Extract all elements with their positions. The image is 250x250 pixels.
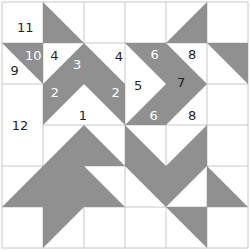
piece-number-1: 1: [79, 108, 87, 123]
piece-number-4: 4: [50, 48, 58, 63]
piece-number-10: 10: [25, 48, 42, 63]
piece-number-7: 7: [177, 75, 185, 90]
piece-number-12: 12: [12, 118, 29, 133]
piece-number-5: 5: [134, 78, 142, 93]
piece-number-9: 9: [11, 63, 19, 78]
piece-number-3: 3: [73, 57, 81, 72]
piece-number-2: 2: [51, 85, 59, 100]
piece-number-11: 11: [17, 20, 34, 35]
piece-number-2: 2: [111, 85, 119, 100]
quilt-pattern-canvas: 1110943422168576812: [0, 0, 250, 250]
quilt-block-diagram: 1110943422168576812: [0, 0, 250, 250]
piece-number-4: 4: [115, 49, 123, 64]
piece-number-6: 6: [150, 47, 158, 62]
piece-number-8: 8: [188, 108, 196, 123]
square-bl: [43, 166, 84, 207]
piece-number-8: 8: [188, 47, 196, 62]
piece-number-6: 6: [150, 108, 158, 123]
